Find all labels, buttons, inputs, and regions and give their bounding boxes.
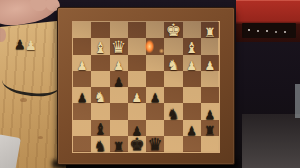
square-g7: ♝ xyxy=(91,120,109,136)
square-f8: ♜ xyxy=(110,136,128,152)
video-frame: ♟♟ ♚♜♝♛♝♟♟♞♟♟♟♟♞♟♟♞♟♝♟♟♜♞♜♚♛ xyxy=(0,0,300,168)
square-c8 xyxy=(164,136,182,152)
square-c2 xyxy=(164,38,182,54)
square-e6 xyxy=(128,103,146,119)
piece-wQ-f2: ♛ xyxy=(110,39,128,56)
piece-wB-g2: ♝ xyxy=(91,41,109,56)
square-b1 xyxy=(183,22,201,38)
square-e4 xyxy=(128,71,146,87)
light-glint xyxy=(145,40,154,53)
square-d4 xyxy=(146,71,164,87)
square-c6: ♞ xyxy=(164,103,182,119)
square-f6 xyxy=(110,103,128,119)
square-a2 xyxy=(201,38,219,54)
square-e3 xyxy=(128,55,146,71)
dark-floor xyxy=(242,114,300,168)
square-b2: ♝ xyxy=(183,38,201,54)
square-b4 xyxy=(183,71,201,87)
piece-bB-g7: ♝ xyxy=(91,122,109,137)
square-h5: ♟ xyxy=(73,87,91,103)
square-h4 xyxy=(73,71,91,87)
piece-bQ-d8: ♛ xyxy=(146,136,164,153)
captured-piece-bP: ♟ xyxy=(14,38,26,51)
chess-board-frame: ♚♜♝♛♝♟♟♞♟♟♟♟♞♟♟♞♟♝♟♟♜♞♜♚♛ xyxy=(57,7,235,165)
square-e2 xyxy=(128,38,146,54)
square-g4 xyxy=(91,71,109,87)
square-e1 xyxy=(128,22,146,38)
square-b6 xyxy=(183,103,201,119)
square-f7 xyxy=(110,120,128,136)
square-c4 xyxy=(164,71,182,87)
piece-bN-c6: ♞ xyxy=(164,107,182,121)
square-d6 xyxy=(146,103,164,119)
piece-wN-g5: ♞ xyxy=(91,90,109,104)
square-c1: ♚ xyxy=(164,22,182,38)
square-d8: ♛ xyxy=(146,136,164,152)
square-f4: ♟ xyxy=(110,71,128,87)
square-a4 xyxy=(201,71,219,87)
square-a3: ♟ xyxy=(201,55,219,71)
wood-knot xyxy=(38,136,43,139)
square-f1 xyxy=(110,22,128,38)
square-c5 xyxy=(164,87,182,103)
square-h2 xyxy=(73,38,91,54)
square-d1 xyxy=(146,22,164,38)
piece-bR-f8: ♜ xyxy=(110,140,128,153)
square-a8 xyxy=(201,136,219,152)
captured-piece-wP: ♟ xyxy=(25,39,37,52)
square-b5 xyxy=(183,87,201,103)
square-b8 xyxy=(183,136,201,152)
piece-wN-c3: ♞ xyxy=(164,58,182,72)
piece-bN-g8: ♞ xyxy=(91,139,109,153)
square-b3: ♟ xyxy=(183,55,201,71)
square-f3: ♟ xyxy=(110,55,128,71)
square-b7: ♟ xyxy=(183,120,201,136)
square-e7: ♟ xyxy=(128,120,146,136)
square-a5 xyxy=(201,87,219,103)
background-object xyxy=(295,84,300,118)
square-c7 xyxy=(164,120,182,136)
square-a7: ♜ xyxy=(201,120,219,136)
square-h8 xyxy=(73,136,91,152)
light-glint-small xyxy=(159,48,164,54)
piece-wK-c1: ♚ xyxy=(164,22,182,39)
square-f2: ♛ xyxy=(110,38,128,54)
square-e8: ♚ xyxy=(128,136,146,152)
square-c3: ♞ xyxy=(164,55,182,71)
square-g8: ♞ xyxy=(91,136,109,152)
wood-knot xyxy=(20,98,27,102)
square-e5: ♟ xyxy=(128,87,146,103)
square-d3 xyxy=(146,55,164,71)
square-g1 xyxy=(91,22,109,38)
square-g2: ♝ xyxy=(91,38,109,54)
square-a1: ♜ xyxy=(201,22,219,38)
square-h3: ♟ xyxy=(73,55,91,71)
square-g6 xyxy=(91,103,109,119)
square-d7 xyxy=(146,120,164,136)
square-h6 xyxy=(73,103,91,119)
red-amplifier-device xyxy=(236,0,300,42)
square-a6: ♟ xyxy=(201,103,219,119)
square-g3 xyxy=(91,55,109,71)
device-display-panel xyxy=(242,23,296,38)
square-h1 xyxy=(73,22,91,38)
square-h7 xyxy=(73,120,91,136)
piece-bK-e8: ♚ xyxy=(128,136,146,153)
square-f5 xyxy=(110,87,128,103)
piece-wB-b2: ♝ xyxy=(183,41,201,56)
square-g5: ♞ xyxy=(91,87,109,103)
square-d5: ♟ xyxy=(146,87,164,103)
